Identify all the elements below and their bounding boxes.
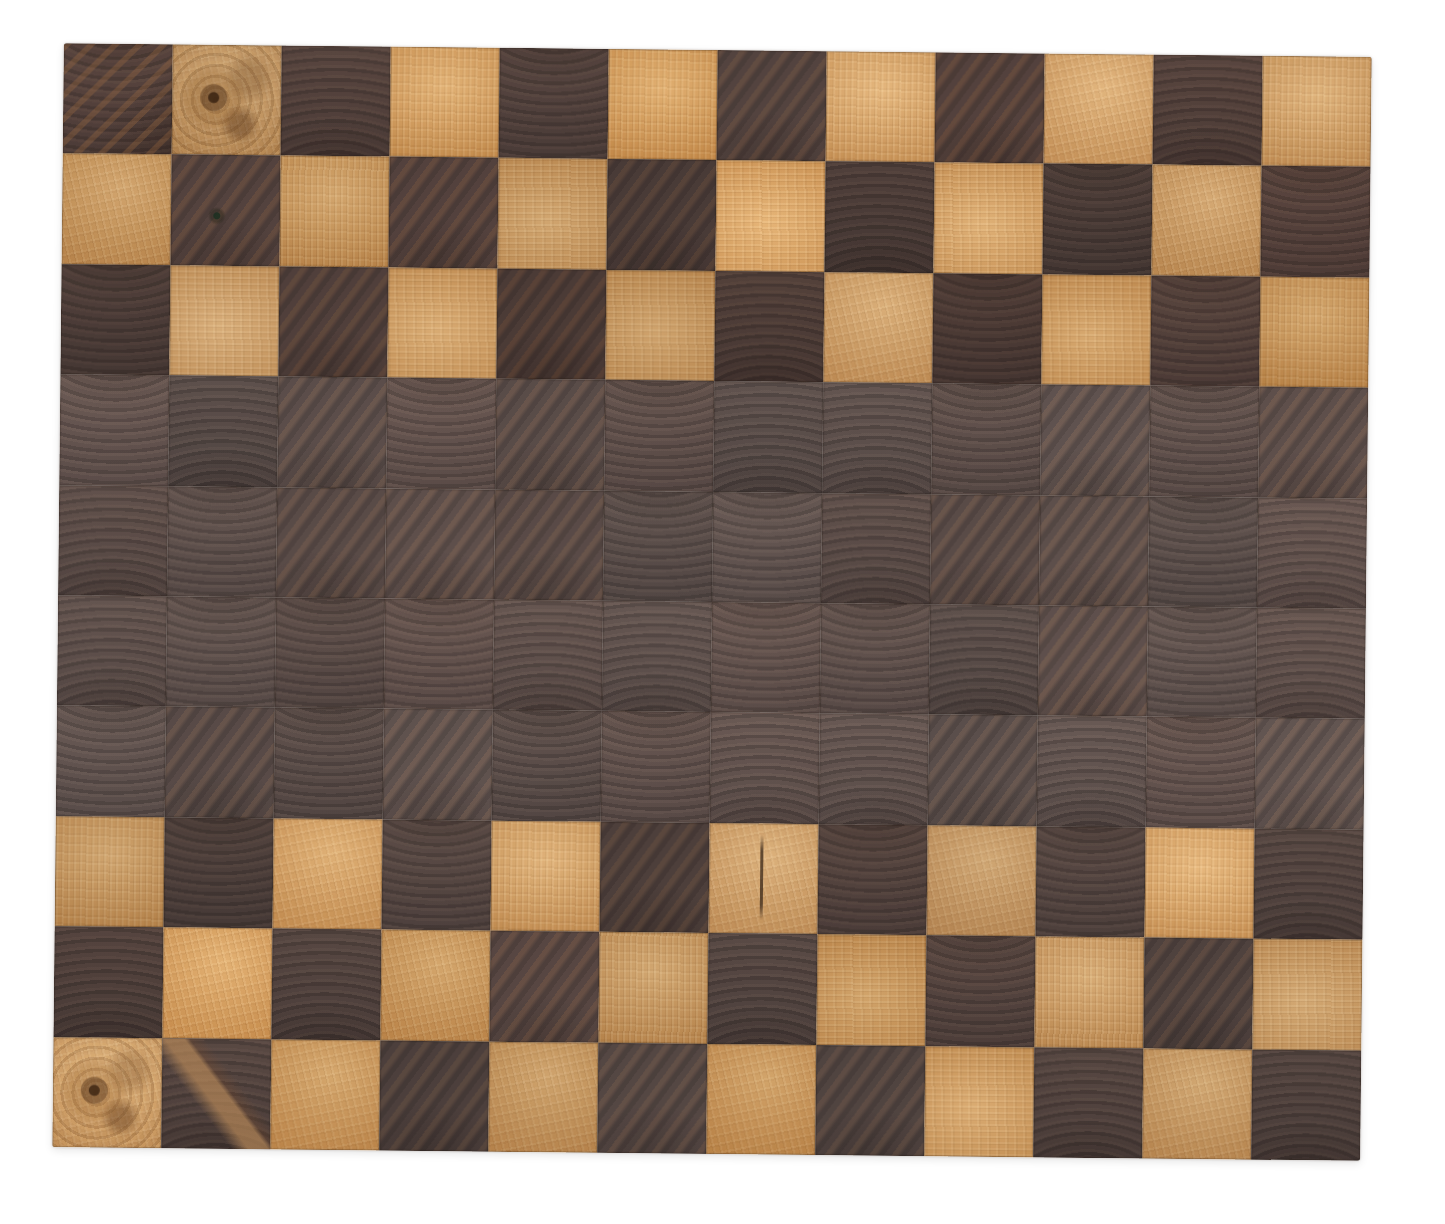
square-r10c10: [1033, 1047, 1143, 1159]
square-r6c10: [1038, 605, 1148, 717]
square-r10c2: [161, 1038, 271, 1150]
square-r3c3: [278, 266, 388, 378]
square-r4c7: [713, 381, 823, 493]
square-r10c11: [1142, 1048, 1252, 1160]
square-r1c7: [717, 50, 827, 162]
square-r9c1: [53, 926, 163, 1038]
square-r4c8: [822, 382, 932, 494]
square-r7c3: [274, 708, 384, 820]
square-r9c8: [816, 934, 926, 1046]
square-r5c6: [603, 490, 713, 602]
square-r9c5: [489, 931, 599, 1043]
square-r2c3: [279, 156, 389, 268]
square-r6c12: [1256, 608, 1366, 720]
square-r1c10: [1044, 53, 1154, 165]
square-r7c8: [819, 714, 929, 826]
square-r10c1: [52, 1037, 162, 1149]
square-r1c9: [935, 52, 1045, 164]
square-r6c2: [166, 596, 276, 708]
square-r1c11: [1153, 55, 1263, 167]
square-r2c7: [715, 160, 825, 272]
square-r10c3: [270, 1039, 380, 1151]
square-r4c4: [386, 378, 496, 490]
square-r4c10: [1040, 385, 1150, 497]
square-r2c6: [606, 159, 716, 271]
square-r4c12: [1258, 387, 1368, 499]
square-r8c8: [818, 824, 928, 936]
square-r1c8: [826, 51, 936, 163]
square-r10c5: [488, 1041, 598, 1153]
square-r9c3: [271, 929, 381, 1041]
square-r7c6: [601, 711, 711, 823]
square-r6c4: [384, 599, 494, 711]
square-r5c10: [1039, 495, 1149, 607]
square-r4c2: [168, 375, 278, 487]
square-r3c5: [496, 269, 606, 381]
square-r10c6: [597, 1042, 707, 1154]
square-r8c9: [927, 825, 1037, 937]
board-photo: [0, 0, 1445, 1224]
square-r4c5: [495, 379, 605, 491]
square-r2c11: [1151, 165, 1261, 277]
square-r5c1: [58, 485, 168, 597]
square-r9c2: [162, 927, 272, 1039]
square-r3c8: [823, 272, 933, 384]
square-r2c9: [933, 163, 1043, 275]
square-r7c1: [56, 706, 166, 818]
square-r6c11: [1147, 607, 1257, 719]
square-r3c4: [387, 267, 497, 379]
square-r6c9: [929, 604, 1039, 716]
square-r6c1: [57, 595, 167, 707]
square-r8c1: [55, 816, 165, 928]
square-r7c9: [928, 715, 1038, 827]
square-r5c11: [1148, 496, 1258, 608]
square-r8c10: [1036, 826, 1146, 938]
square-r4c11: [1149, 386, 1259, 498]
square-r5c4: [385, 488, 495, 600]
square-r8c7: [709, 823, 819, 935]
square-r1c2: [172, 44, 282, 156]
square-r1c1: [63, 43, 173, 155]
square-r9c7: [707, 933, 817, 1045]
square-r3c12: [1259, 277, 1369, 389]
square-r3c2: [169, 265, 279, 377]
square-r4c1: [59, 374, 169, 486]
square-r2c8: [824, 162, 934, 274]
square-r2c4: [388, 157, 498, 269]
square-r2c1: [62, 154, 172, 266]
square-r5c9: [930, 494, 1040, 606]
square-r9c9: [925, 935, 1035, 1047]
square-r1c4: [390, 47, 500, 159]
square-r4c3: [277, 377, 387, 489]
square-r7c5: [492, 710, 602, 822]
square-r5c2: [167, 486, 277, 598]
square-r3c1: [60, 264, 170, 376]
square-r1c6: [608, 49, 718, 161]
square-r7c7: [710, 712, 820, 824]
square-r6c3: [275, 597, 385, 709]
square-r8c11: [1145, 827, 1255, 939]
square-r9c4: [380, 930, 490, 1042]
square-r7c10: [1037, 716, 1147, 828]
square-r5c5: [494, 489, 604, 601]
square-r10c9: [924, 1046, 1034, 1158]
square-r3c9: [932, 273, 1042, 385]
square-r6c5: [493, 600, 603, 712]
square-r4c9: [931, 383, 1041, 495]
square-r2c2: [170, 155, 280, 267]
square-r9c10: [1034, 937, 1144, 1049]
square-r10c4: [379, 1040, 489, 1152]
game-board: [52, 43, 1371, 1161]
square-r6c6: [602, 601, 712, 713]
square-r10c8: [815, 1045, 925, 1157]
square-r1c3: [281, 45, 391, 157]
square-r3c11: [1150, 275, 1260, 387]
square-r5c8: [821, 493, 931, 605]
square-r10c7: [706, 1044, 816, 1156]
square-r7c2: [165, 707, 275, 819]
square-r8c3: [273, 818, 383, 930]
square-r1c5: [499, 48, 609, 160]
square-r2c10: [1042, 164, 1152, 276]
square-r3c10: [1041, 274, 1151, 386]
square-r8c2: [164, 817, 274, 929]
square-r5c12: [1257, 497, 1367, 609]
square-r8c6: [600, 822, 710, 934]
square-r3c7: [714, 271, 824, 383]
square-r4c6: [604, 380, 714, 492]
square-r10c12: [1251, 1049, 1361, 1161]
square-r5c7: [712, 492, 822, 604]
square-r6c7: [711, 602, 821, 714]
square-r7c4: [383, 709, 493, 821]
square-r9c12: [1252, 939, 1362, 1051]
square-r8c5: [491, 821, 601, 933]
square-r7c12: [1255, 718, 1365, 830]
square-r8c4: [382, 819, 492, 931]
square-r5c3: [276, 487, 386, 599]
square-r6c8: [820, 603, 930, 715]
square-r2c5: [497, 158, 607, 270]
square-r2c12: [1260, 166, 1370, 278]
square-r3c6: [605, 270, 715, 382]
square-r7c11: [1146, 717, 1256, 829]
square-r9c6: [598, 932, 708, 1044]
square-r9c11: [1143, 938, 1253, 1050]
square-r8c12: [1254, 828, 1364, 940]
square-r1c12: [1262, 56, 1372, 168]
